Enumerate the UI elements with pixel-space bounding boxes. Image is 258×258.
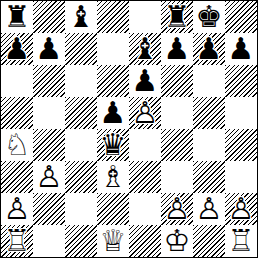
square-e6[interactable]: ♟ (129, 65, 161, 97)
square-d6[interactable] (97, 65, 129, 97)
square-f7[interactable]: ♟ (161, 33, 193, 65)
black-pawn-a7: ♟ (1, 33, 33, 65)
square-f6[interactable] (161, 65, 193, 97)
white-pawn-a2: ♟♙ (1, 193, 33, 225)
square-b1[interactable] (33, 225, 65, 257)
square-f4[interactable] (161, 129, 193, 161)
square-c1[interactable] (65, 225, 97, 257)
black-pawn-h7: ♟ (225, 33, 257, 65)
square-h7[interactable]: ♟ (225, 33, 257, 65)
piece-outline-layer: ♙ (225, 193, 257, 225)
piece-glyph: ♜ (161, 1, 193, 33)
square-e3[interactable] (129, 161, 161, 193)
piece-glyph: ♜ (1, 1, 33, 33)
square-c2[interactable] (65, 193, 97, 225)
square-g5[interactable] (193, 97, 225, 129)
chess-board-frame: ♜♝♜♚♟♟♝♟♟♟♟♟♟♙♞♘♛♟♙♝♗♟♙♟♙♟♙♟♙♜♖♛♕♚♔♜♖ (0, 0, 258, 258)
square-e2[interactable] (129, 193, 161, 225)
piece-outline-layer: ♙ (33, 161, 65, 193)
black-pawn-g7: ♟ (193, 33, 225, 65)
square-b3[interactable]: ♟♙ (33, 161, 65, 193)
piece-glyph: ♟ (225, 33, 257, 65)
black-bishop-c8: ♝ (65, 1, 97, 33)
square-c8[interactable]: ♝ (65, 1, 97, 33)
square-g1[interactable] (193, 225, 225, 257)
square-c3[interactable] (65, 161, 97, 193)
square-d4[interactable]: ♛ (97, 129, 129, 161)
piece-glyph: ♟ (129, 65, 161, 97)
white-pawn-f2: ♟♙ (161, 193, 193, 225)
square-e1[interactable] (129, 225, 161, 257)
square-b2[interactable] (33, 193, 65, 225)
square-b8[interactable] (33, 1, 65, 33)
piece-outline-layer: ♙ (1, 193, 33, 225)
white-king-f1: ♚♔ (161, 225, 193, 257)
square-h1[interactable]: ♜♖ (225, 225, 257, 257)
black-bishop-e7: ♝ (129, 33, 161, 65)
square-a4[interactable]: ♞♘ (1, 129, 33, 161)
piece-outline-layer: ♙ (129, 97, 161, 129)
square-a3[interactable] (1, 161, 33, 193)
square-f1[interactable]: ♚♔ (161, 225, 193, 257)
square-e5[interactable]: ♟♙ (129, 97, 161, 129)
piece-outline-layer: ♕ (97, 225, 129, 257)
piece-glyph: ♟ (193, 33, 225, 65)
square-c6[interactable] (65, 65, 97, 97)
square-a2[interactable]: ♟♙ (1, 193, 33, 225)
square-e4[interactable] (129, 129, 161, 161)
square-g7[interactable]: ♟ (193, 33, 225, 65)
square-d7[interactable] (97, 33, 129, 65)
piece-glyph: ♛ (97, 129, 129, 161)
black-king-g8: ♚ (193, 1, 225, 33)
square-h8[interactable] (225, 1, 257, 33)
piece-glyph: ♝ (129, 33, 161, 65)
square-g6[interactable] (193, 65, 225, 97)
white-pawn-g2: ♟♙ (193, 193, 225, 225)
square-f8[interactable]: ♜ (161, 1, 193, 33)
black-pawn-f7: ♟ (161, 33, 193, 65)
white-queen-d1: ♛♕ (97, 225, 129, 257)
black-rook-a8: ♜ (1, 1, 33, 33)
square-a1[interactable]: ♜♖ (1, 225, 33, 257)
piece-outline-layer: ♘ (1, 129, 33, 161)
white-pawn-b3: ♟♙ (33, 161, 65, 193)
square-d3[interactable]: ♝♗ (97, 161, 129, 193)
piece-outline-layer: ♗ (97, 161, 129, 193)
white-bishop-d3: ♝♗ (97, 161, 129, 193)
chess-board: ♜♝♜♚♟♟♝♟♟♟♟♟♟♙♞♘♛♟♙♝♗♟♙♟♙♟♙♟♙♜♖♛♕♚♔♜♖ (1, 1, 257, 257)
piece-glyph: ♟ (1, 33, 33, 65)
square-g3[interactable] (193, 161, 225, 193)
white-pawn-h2: ♟♙ (225, 193, 257, 225)
white-rook-a1: ♜♖ (1, 225, 33, 257)
square-b6[interactable] (33, 65, 65, 97)
square-a7[interactable]: ♟ (1, 33, 33, 65)
piece-outline-layer: ♔ (161, 225, 193, 257)
white-knight-a4: ♞♘ (1, 129, 33, 161)
piece-glyph: ♟ (97, 97, 129, 129)
square-f5[interactable] (161, 97, 193, 129)
square-f2[interactable]: ♟♙ (161, 193, 193, 225)
square-h3[interactable] (225, 161, 257, 193)
piece-glyph: ♝ (65, 1, 97, 33)
square-h4[interactable] (225, 129, 257, 161)
square-b5[interactable] (33, 97, 65, 129)
square-a5[interactable] (1, 97, 33, 129)
black-pawn-b7: ♟ (33, 33, 65, 65)
piece-outline-layer: ♖ (1, 225, 33, 257)
square-d5[interactable]: ♟ (97, 97, 129, 129)
piece-glyph: ♟ (33, 33, 65, 65)
square-c4[interactable] (65, 129, 97, 161)
black-rook-f8: ♜ (161, 1, 193, 33)
square-d2[interactable] (97, 193, 129, 225)
square-c5[interactable] (65, 97, 97, 129)
square-e8[interactable] (129, 1, 161, 33)
square-c7[interactable] (65, 33, 97, 65)
piece-glyph: ♚ (193, 1, 225, 33)
square-h6[interactable] (225, 65, 257, 97)
square-f3[interactable] (161, 161, 193, 193)
square-b4[interactable] (33, 129, 65, 161)
piece-outline-layer: ♙ (193, 193, 225, 225)
square-b7[interactable]: ♟ (33, 33, 65, 65)
white-pawn-e5: ♟♙ (129, 97, 161, 129)
square-e7[interactable]: ♝ (129, 33, 161, 65)
square-h2[interactable]: ♟♙ (225, 193, 257, 225)
piece-outline-layer: ♙ (161, 193, 193, 225)
black-pawn-d5: ♟ (97, 97, 129, 129)
square-a8[interactable]: ♜ (1, 1, 33, 33)
square-g2[interactable]: ♟♙ (193, 193, 225, 225)
black-pawn-e6: ♟ (129, 65, 161, 97)
piece-outline-layer: ♖ (225, 225, 257, 257)
square-g8[interactable]: ♚ (193, 1, 225, 33)
white-rook-h1: ♜♖ (225, 225, 257, 257)
square-d1[interactable]: ♛♕ (97, 225, 129, 257)
square-a6[interactable] (1, 65, 33, 97)
piece-glyph: ♟ (161, 33, 193, 65)
black-queen-d4: ♛ (97, 129, 129, 161)
square-g4[interactable] (193, 129, 225, 161)
square-h5[interactable] (225, 97, 257, 129)
square-d8[interactable] (97, 1, 129, 33)
